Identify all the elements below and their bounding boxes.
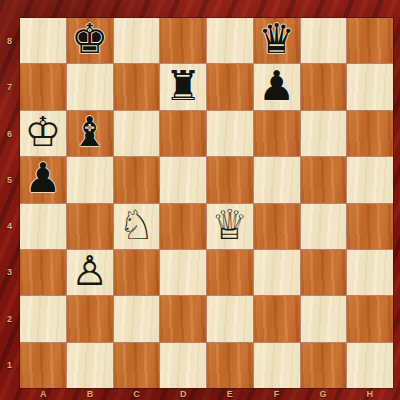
square-f1 — [254, 343, 300, 388]
square-d1 — [160, 343, 206, 388]
file-labels: ABCDEFGH — [20, 388, 393, 400]
file-label-h: H — [346, 388, 393, 400]
square-h4 — [347, 204, 393, 249]
square-g1 — [301, 343, 347, 388]
square-c5 — [114, 157, 160, 202]
file-label-e: E — [207, 388, 254, 400]
piece-black-queen-f8: ♛ — [258, 19, 295, 60]
square-h2 — [347, 296, 393, 341]
square-a6: ♔ — [20, 111, 66, 156]
square-a3 — [20, 250, 66, 295]
square-e7 — [207, 64, 253, 109]
square-c1 — [114, 343, 160, 388]
file-label-b: B — [67, 388, 114, 400]
piece-black-pawn-a5: ♟ — [24, 158, 61, 199]
file-label-f: F — [253, 388, 300, 400]
square-e2 — [207, 296, 253, 341]
square-a5: ♟ — [20, 157, 66, 202]
square-a7 — [20, 64, 66, 109]
square-d6 — [160, 111, 206, 156]
square-b5 — [67, 157, 113, 202]
square-g5 — [301, 157, 347, 202]
square-g3 — [301, 250, 347, 295]
square-g2 — [301, 296, 347, 341]
piece-black-king-b8: ♚ — [71, 19, 108, 60]
square-d2 — [160, 296, 206, 341]
square-b2 — [67, 296, 113, 341]
piece-white-pawn-b3: ♙ — [71, 251, 108, 292]
square-a2 — [20, 296, 66, 341]
square-b7 — [67, 64, 113, 109]
square-f4 — [254, 204, 300, 249]
square-c2 — [114, 296, 160, 341]
square-d5 — [160, 157, 206, 202]
square-e8 — [207, 18, 253, 63]
square-b3: ♙ — [67, 250, 113, 295]
square-h5 — [347, 157, 393, 202]
square-f5 — [254, 157, 300, 202]
square-e5 — [207, 157, 253, 202]
square-c3 — [114, 250, 160, 295]
square-f8: ♛ — [254, 18, 300, 63]
square-b1 — [67, 343, 113, 388]
square-b8: ♚ — [67, 18, 113, 63]
rank-labels: 87654321 — [0, 18, 19, 388]
square-b4 — [67, 204, 113, 249]
square-g7 — [301, 64, 347, 109]
square-c8 — [114, 18, 160, 63]
square-f6 — [254, 111, 300, 156]
rank-label-2: 2 — [0, 296, 19, 342]
square-h7 — [347, 64, 393, 109]
square-e1 — [207, 343, 253, 388]
rank-label-4: 4 — [0, 203, 19, 249]
square-a1 — [20, 343, 66, 388]
square-d3 — [160, 250, 206, 295]
square-h1 — [347, 343, 393, 388]
rank-label-6: 6 — [0, 111, 19, 157]
square-d8 — [160, 18, 206, 63]
rank-label-1: 1 — [0, 342, 19, 388]
file-label-a: A — [20, 388, 67, 400]
piece-white-queen-e4: ♕ — [211, 205, 248, 246]
square-e3 — [207, 250, 253, 295]
file-label-d: D — [160, 388, 207, 400]
piece-black-pawn-f7: ♟ — [258, 66, 295, 107]
square-f2 — [254, 296, 300, 341]
rank-label-3: 3 — [0, 249, 19, 295]
rank-label-5: 5 — [0, 157, 19, 203]
piece-white-knight-c4: ♘ — [118, 205, 155, 246]
square-f7: ♟ — [254, 64, 300, 109]
square-e4: ♕ — [207, 204, 253, 249]
square-c6 — [114, 111, 160, 156]
square-e6 — [207, 111, 253, 156]
piece-black-bishop-b6: ♝ — [71, 112, 108, 153]
square-h3 — [347, 250, 393, 295]
piece-white-king-a6: ♔ — [24, 112, 61, 153]
square-c4: ♘ — [114, 204, 160, 249]
file-label-c: C — [113, 388, 160, 400]
square-d4 — [160, 204, 206, 249]
board-frame: 87654321 ♚♛♜♟♔♝♟♘♕♙ ABCDEFGH — [0, 0, 400, 400]
square-d7: ♜ — [160, 64, 206, 109]
square-g6 — [301, 111, 347, 156]
chess-board: ♚♛♜♟♔♝♟♘♕♙ — [20, 18, 393, 388]
square-g4 — [301, 204, 347, 249]
rank-label-8: 8 — [0, 18, 19, 64]
square-f3 — [254, 250, 300, 295]
square-g8 — [301, 18, 347, 63]
square-b6: ♝ — [67, 111, 113, 156]
file-label-g: G — [300, 388, 347, 400]
square-a8 — [20, 18, 66, 63]
square-h6 — [347, 111, 393, 156]
square-a4 — [20, 204, 66, 249]
square-c7 — [114, 64, 160, 109]
rank-label-7: 7 — [0, 64, 19, 110]
square-h8 — [347, 18, 393, 63]
piece-black-rook-d7: ♜ — [165, 66, 202, 107]
